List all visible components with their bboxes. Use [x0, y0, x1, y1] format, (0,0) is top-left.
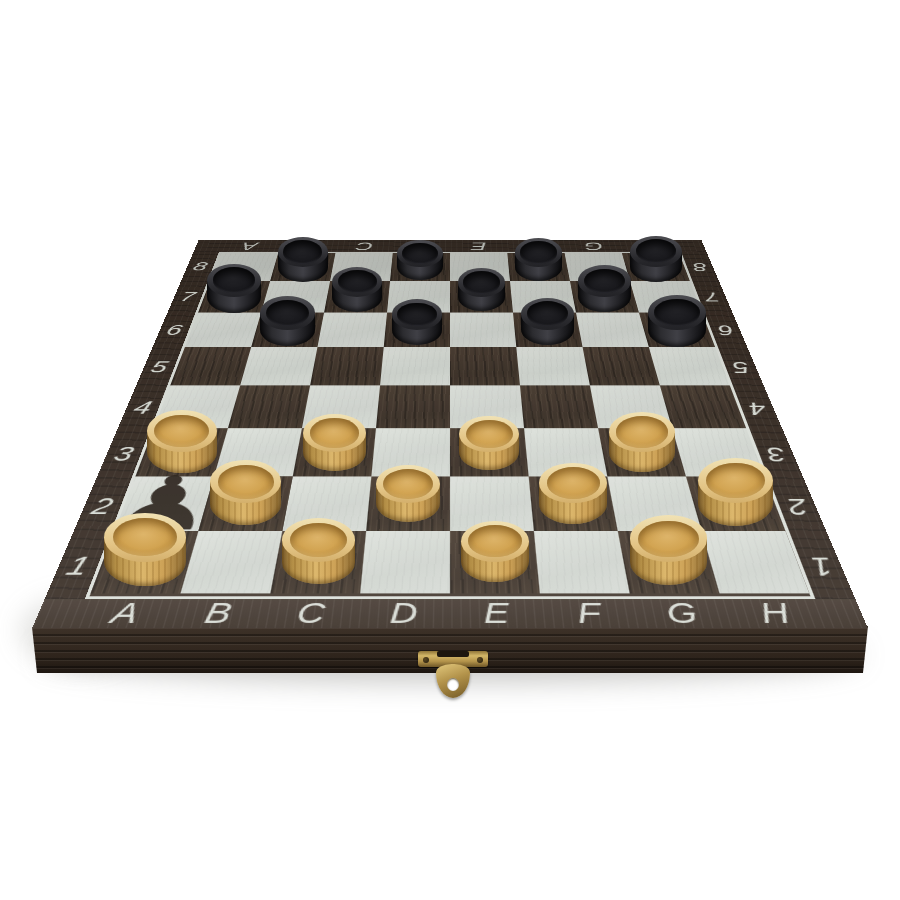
piece-concave-center	[218, 465, 274, 499]
square-f4[interactable]	[520, 385, 598, 428]
piece-concave-center	[527, 301, 568, 326]
piece-black-d6[interactable]	[392, 299, 442, 344]
piece-top-rim	[630, 236, 682, 267]
piece-top-rim	[376, 465, 440, 503]
file-label-bottom-f: F	[541, 599, 638, 628]
piece-concave-center	[383, 469, 433, 499]
piece-top-rim	[392, 299, 442, 329]
file-label-bottom-e: E	[450, 599, 544, 628]
file-label-bottom-c: C	[262, 599, 359, 628]
piece-top-rim	[332, 267, 382, 297]
piece-top-rim	[278, 237, 328, 267]
piece-white-a1[interactable]	[104, 513, 186, 587]
piece-concave-center	[266, 300, 309, 326]
piece-concave-center	[338, 270, 377, 293]
square-b5[interactable]	[240, 347, 317, 385]
piece-black-h6[interactable]	[648, 295, 706, 347]
piece-white-h2[interactable]	[698, 458, 774, 526]
square-b4[interactable]	[228, 385, 310, 428]
latch-screw-right	[477, 657, 483, 663]
piece-concave-center	[154, 415, 209, 448]
piece-concave-center	[616, 416, 668, 447]
piece-black-f6[interactable]	[521, 298, 574, 346]
square-a6[interactable]	[185, 312, 261, 347]
square-e5[interactable]	[450, 347, 520, 385]
piece-concave-center	[520, 241, 557, 263]
piece-white-g1[interactable]	[630, 515, 707, 585]
piece-black-b8[interactable]	[278, 237, 328, 282]
piece-concave-center	[283, 240, 322, 263]
piece-concave-center	[463, 271, 500, 293]
piece-concave-center	[113, 518, 177, 556]
piece-concave-center	[466, 420, 513, 448]
square-f1[interactable]	[534, 531, 630, 593]
square-e6[interactable]	[450, 312, 516, 347]
piece-top-rim	[147, 410, 217, 452]
piece-top-rim	[458, 268, 506, 297]
square-g5[interactable]	[583, 347, 660, 385]
piece-top-rim	[459, 416, 519, 452]
square-d1[interactable]	[360, 531, 450, 593]
piece-concave-center	[213, 267, 256, 293]
piece-black-f8[interactable]	[515, 238, 563, 281]
scene: ABCDEFGH 87654321 ♟ 87654321 ABCDEFGH	[0, 0, 900, 900]
piece-concave-center	[310, 418, 359, 448]
square-d5[interactable]	[380, 347, 450, 385]
piece-concave-center	[547, 467, 600, 499]
piece-concave-center	[397, 303, 436, 327]
file-label-bottom-g: G	[633, 599, 733, 628]
piece-white-e1[interactable]	[461, 521, 529, 582]
file-label-top-e: E	[450, 240, 508, 251]
piece-black-c7[interactable]	[332, 267, 382, 312]
square-a5[interactable]	[170, 347, 251, 385]
file-label-bottom-a: A	[73, 599, 176, 628]
piece-white-d2[interactable]	[376, 465, 440, 522]
piece-top-rim	[515, 238, 563, 267]
piece-white-f2[interactable]	[539, 463, 607, 524]
square-c5[interactable]	[310, 347, 384, 385]
piece-concave-center	[636, 239, 676, 263]
piece-top-rim	[461, 521, 529, 562]
piece-top-rim	[104, 513, 186, 562]
piece-concave-center	[706, 463, 765, 498]
piece-black-h8[interactable]	[630, 236, 682, 283]
piece-top-rim	[648, 295, 706, 330]
square-g6[interactable]	[576, 312, 649, 347]
square-c6[interactable]	[317, 312, 387, 347]
piece-concave-center	[638, 521, 698, 557]
piece-black-e7[interactable]	[458, 268, 506, 311]
brass-latch	[416, 650, 492, 702]
piece-top-rim	[303, 414, 366, 452]
file-label-bottom-h: H	[724, 599, 827, 628]
piece-top-rim	[539, 463, 607, 504]
latch-slot	[437, 651, 469, 657]
file-label-top-g: G	[563, 240, 623, 251]
piece-concave-center	[402, 243, 438, 264]
piece-top-rim	[260, 296, 315, 329]
piece-black-d8[interactable]	[397, 240, 443, 281]
piece-concave-center	[654, 299, 699, 326]
file-label-top-c: C	[335, 240, 394, 251]
latch-hole	[447, 678, 459, 691]
piece-concave-center	[584, 269, 625, 294]
piece-top-rim	[521, 298, 574, 330]
piece-white-b2[interactable]	[210, 460, 282, 524]
square-d4[interactable]	[376, 385, 450, 428]
piece-white-c3[interactable]	[303, 414, 366, 471]
piece-top-rim	[578, 265, 630, 296]
latch-screw-left	[423, 657, 429, 663]
piece-white-g3[interactable]	[609, 412, 676, 472]
piece-white-c1[interactable]	[282, 518, 355, 583]
piece-concave-center	[468, 525, 521, 557]
piece-concave-center	[290, 523, 347, 557]
piece-top-rim	[207, 264, 262, 297]
file-label-bottom-b: B	[168, 599, 268, 628]
piece-white-a3[interactable]	[147, 410, 217, 473]
file-label-top-a: A	[219, 240, 280, 251]
square-b1[interactable]	[181, 531, 283, 593]
piece-top-rim	[397, 240, 443, 267]
piece-top-rim	[630, 515, 707, 561]
file-label-bottom-d: D	[356, 599, 450, 628]
square-h5[interactable]	[649, 347, 730, 385]
square-f5[interactable]	[516, 347, 590, 385]
coordinate-bar-bottom: ABCDEFGH	[32, 599, 868, 628]
latch-pull	[436, 664, 470, 698]
piece-black-b6[interactable]	[260, 296, 315, 346]
piece-black-g7[interactable]	[578, 265, 630, 312]
piece-top-rim	[609, 412, 676, 452]
piece-top-rim	[282, 518, 355, 562]
piece-white-e3[interactable]	[459, 416, 519, 470]
piece-black-a7[interactable]	[207, 264, 262, 313]
